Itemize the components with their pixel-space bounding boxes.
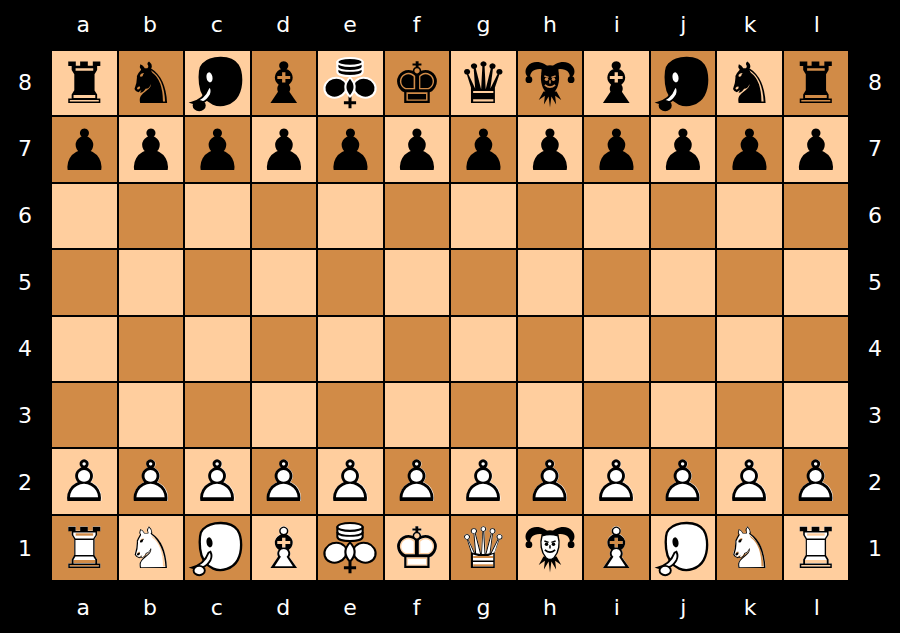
square-e5[interactable] xyxy=(318,250,383,314)
square-h4[interactable] xyxy=(518,317,583,381)
rank-label-right-2: 2 xyxy=(850,449,900,516)
rank-label-left-7: 7 xyxy=(0,116,50,183)
file-label-bottom-e: e xyxy=(317,582,384,633)
rank-label-left-5: 5 xyxy=(0,249,50,316)
square-h5[interactable] xyxy=(518,250,583,314)
file-label-top-h: h xyxy=(517,0,584,49)
piece-white-pawn: ♟♙ xyxy=(186,450,248,512)
square-i1[interactable]: ♝♗ xyxy=(584,516,649,580)
square-a1[interactable]: ♜♖ xyxy=(52,516,117,580)
piece-black-rook: ♜ xyxy=(53,52,115,114)
square-g1[interactable]: ♛♕ xyxy=(451,516,516,580)
file-label-bottom-i: i xyxy=(583,582,650,633)
rank-label-left-8: 8 xyxy=(0,49,50,116)
rank-label-right-6: 6 xyxy=(850,182,900,249)
square-f1[interactable]: ♚♔ xyxy=(385,516,450,580)
square-l2[interactable]: ♟♙ xyxy=(784,449,849,513)
file-label-bottom-l: l xyxy=(783,582,850,633)
square-a7[interactable]: ♟ xyxy=(52,117,117,181)
piece-white-rook: ♜♖ xyxy=(785,517,847,579)
square-b3[interactable] xyxy=(119,383,184,447)
piece-white-elephant xyxy=(186,517,248,579)
piece-black-pawn: ♟ xyxy=(652,119,714,181)
square-i6[interactable] xyxy=(584,184,649,248)
piece-black-knight: ♞ xyxy=(718,52,780,114)
piece-black-queen: ♛ xyxy=(452,52,514,114)
piece-white-pawn: ♟♙ xyxy=(452,450,514,512)
piece-black-bishop: ♝ xyxy=(585,52,647,114)
square-b6[interactable] xyxy=(119,184,184,248)
file-label-top-i: i xyxy=(583,0,650,49)
square-l5[interactable] xyxy=(784,250,849,314)
square-d2[interactable]: ♟♙ xyxy=(252,449,317,513)
piece-black-pawn: ♟ xyxy=(53,119,115,181)
piece-white-bishop: ♝♗ xyxy=(253,517,315,579)
piece-black-pawn: ♟ xyxy=(186,119,248,181)
square-g4[interactable] xyxy=(451,317,516,381)
piece-white-knight: ♞♘ xyxy=(120,517,182,579)
square-c8[interactable] xyxy=(185,51,250,115)
square-g2[interactable]: ♟♙ xyxy=(451,449,516,513)
square-k7[interactable]: ♟ xyxy=(717,117,782,181)
square-j5[interactable] xyxy=(651,250,716,314)
piece-white-elephant xyxy=(652,517,714,579)
piece-black-pawn: ♟ xyxy=(585,119,647,181)
rank-label-right-1: 1 xyxy=(850,515,900,582)
square-e3[interactable] xyxy=(318,383,383,447)
square-f4[interactable] xyxy=(385,317,450,381)
square-k1[interactable]: ♞♘ xyxy=(717,516,782,580)
piece-white-pawn: ♟♙ xyxy=(253,450,315,512)
piece-white-knight: ♞♘ xyxy=(718,517,780,579)
piece-white-king: ♚♔ xyxy=(386,517,448,579)
square-h1[interactable] xyxy=(518,516,583,580)
square-h6[interactable] xyxy=(518,184,583,248)
square-j4[interactable] xyxy=(651,317,716,381)
square-l7[interactable]: ♟ xyxy=(784,117,849,181)
square-c4[interactable] xyxy=(185,317,250,381)
square-g5[interactable] xyxy=(451,250,516,314)
piece-black-pawn: ♟ xyxy=(253,119,315,181)
square-c2[interactable]: ♟♙ xyxy=(185,449,250,513)
square-b4[interactable] xyxy=(119,317,184,381)
square-d4[interactable] xyxy=(252,317,317,381)
piece-black-elephant xyxy=(652,52,714,114)
square-j8[interactable] xyxy=(651,51,716,115)
piece-white-pawn: ♟♙ xyxy=(652,450,714,512)
square-e1[interactable] xyxy=(318,516,383,580)
rank-label-right-5: 5 xyxy=(850,249,900,316)
file-label-top-l: l xyxy=(783,0,850,49)
square-c1[interactable] xyxy=(185,516,250,580)
square-d8[interactable]: ♝ xyxy=(252,51,317,115)
piece-black-pawn: ♟ xyxy=(452,119,514,181)
piece-white-mann xyxy=(319,517,381,579)
file-labels-top: abcdefghijkl xyxy=(50,0,850,49)
file-label-bottom-f: f xyxy=(383,582,450,633)
piece-black-bishop: ♝ xyxy=(253,52,315,114)
file-label-top-c: c xyxy=(183,0,250,49)
square-d3[interactable] xyxy=(252,383,317,447)
piece-white-queen: ♛♕ xyxy=(452,517,514,579)
chessboard: ♜♞♝♚♛♝♞♜♟♟♟♟♟♟♟♟♟♟♟♟♟♙♟♙♟♙♟♙♟♙♟♙♟♙♟♙♟♙♟♙… xyxy=(50,49,850,582)
square-a8[interactable]: ♜ xyxy=(52,51,117,115)
piece-white-rook: ♜♖ xyxy=(53,517,115,579)
file-label-bottom-c: c xyxy=(183,582,250,633)
file-label-bottom-b: b xyxy=(117,582,184,633)
piece-white-fool xyxy=(519,517,581,579)
square-i7[interactable]: ♟ xyxy=(584,117,649,181)
square-l8[interactable]: ♜ xyxy=(784,51,849,115)
square-j3[interactable] xyxy=(651,383,716,447)
file-label-bottom-d: d xyxy=(250,582,317,633)
piece-white-pawn: ♟♙ xyxy=(519,450,581,512)
square-l3[interactable] xyxy=(784,383,849,447)
square-e8[interactable] xyxy=(318,51,383,115)
square-i4[interactable] xyxy=(584,317,649,381)
piece-black-pawn: ♟ xyxy=(785,119,847,181)
file-label-bottom-k: k xyxy=(717,582,784,633)
square-i2[interactable]: ♟♙ xyxy=(584,449,649,513)
square-g3[interactable] xyxy=(451,383,516,447)
file-label-top-b: b xyxy=(117,0,184,49)
square-a2[interactable]: ♟♙ xyxy=(52,449,117,513)
rank-label-left-6: 6 xyxy=(0,182,50,249)
rank-labels-right: 87654321 xyxy=(850,49,900,582)
square-f3[interactable] xyxy=(385,383,450,447)
square-d6[interactable] xyxy=(252,184,317,248)
square-g6[interactable] xyxy=(451,184,516,248)
square-e2[interactable]: ♟♙ xyxy=(318,449,383,513)
piece-white-bishop: ♝♗ xyxy=(585,517,647,579)
piece-white-pawn: ♟♙ xyxy=(785,450,847,512)
piece-white-pawn: ♟♙ xyxy=(53,450,115,512)
square-f5[interactable] xyxy=(385,250,450,314)
rank-label-left-1: 1 xyxy=(0,515,50,582)
square-k3[interactable] xyxy=(717,383,782,447)
square-g8[interactable]: ♛ xyxy=(451,51,516,115)
square-l4[interactable] xyxy=(784,317,849,381)
square-l1[interactable]: ♜♖ xyxy=(784,516,849,580)
square-l6[interactable] xyxy=(784,184,849,248)
piece-black-elephant xyxy=(186,52,248,114)
square-j7[interactable]: ♟ xyxy=(651,117,716,181)
rank-labels-left: 87654321 xyxy=(0,49,50,582)
square-j2[interactable]: ♟♙ xyxy=(651,449,716,513)
square-b7[interactable]: ♟ xyxy=(119,117,184,181)
piece-black-rook: ♜ xyxy=(785,52,847,114)
courier-chess-diagram: abcdefghijkl 87654321 ♜♞♝♚♛♝♞♜♟♟♟♟♟♟♟♟♟♟… xyxy=(0,0,900,633)
square-e4[interactable] xyxy=(318,317,383,381)
square-a6[interactable] xyxy=(52,184,117,248)
square-f7[interactable]: ♟ xyxy=(385,117,450,181)
square-k8[interactable]: ♞ xyxy=(717,51,782,115)
piece-black-mann xyxy=(319,52,381,114)
square-h8[interactable] xyxy=(518,51,583,115)
square-a3[interactable] xyxy=(52,383,117,447)
piece-white-pawn: ♟♙ xyxy=(718,450,780,512)
piece-black-king: ♚ xyxy=(386,52,448,114)
file-label-top-k: k xyxy=(717,0,784,49)
square-k2[interactable]: ♟♙ xyxy=(717,449,782,513)
square-f8[interactable]: ♚ xyxy=(385,51,450,115)
piece-black-knight: ♞ xyxy=(120,52,182,114)
square-i8[interactable]: ♝ xyxy=(584,51,649,115)
piece-white-pawn: ♟♙ xyxy=(585,450,647,512)
file-label-bottom-h: h xyxy=(517,582,584,633)
square-j1[interactable] xyxy=(651,516,716,580)
file-label-top-g: g xyxy=(450,0,517,49)
piece-white-pawn: ♟♙ xyxy=(319,450,381,512)
square-c5[interactable] xyxy=(185,250,250,314)
piece-black-pawn: ♟ xyxy=(718,119,780,181)
file-label-top-a: a xyxy=(50,0,117,49)
square-e6[interactable] xyxy=(318,184,383,248)
piece-black-pawn: ♟ xyxy=(519,119,581,181)
square-b1[interactable]: ♞♘ xyxy=(119,516,184,580)
square-d5[interactable] xyxy=(252,250,317,314)
square-b2[interactable]: ♟♙ xyxy=(119,449,184,513)
rank-label-right-7: 7 xyxy=(850,116,900,183)
square-j6[interactable] xyxy=(651,184,716,248)
square-b5[interactable] xyxy=(119,250,184,314)
piece-black-pawn: ♟ xyxy=(319,119,381,181)
rank-label-right-3: 3 xyxy=(850,382,900,449)
square-c3[interactable] xyxy=(185,383,250,447)
piece-black-pawn: ♟ xyxy=(120,119,182,181)
rank-label-left-4: 4 xyxy=(0,316,50,383)
square-f2[interactable]: ♟♙ xyxy=(385,449,450,513)
rank-label-right-4: 4 xyxy=(850,316,900,383)
piece-white-pawn: ♟♙ xyxy=(386,450,448,512)
square-a4[interactable] xyxy=(52,317,117,381)
square-k6[interactable] xyxy=(717,184,782,248)
square-e7[interactable]: ♟ xyxy=(318,117,383,181)
square-k4[interactable] xyxy=(717,317,782,381)
piece-black-pawn: ♟ xyxy=(386,119,448,181)
piece-black-fool xyxy=(519,52,581,114)
square-h2[interactable]: ♟♙ xyxy=(518,449,583,513)
rank-label-left-3: 3 xyxy=(0,382,50,449)
square-a5[interactable] xyxy=(52,250,117,314)
square-c6[interactable] xyxy=(185,184,250,248)
file-label-bottom-j: j xyxy=(650,582,717,633)
square-h3[interactable] xyxy=(518,383,583,447)
file-label-bottom-a: a xyxy=(50,582,117,633)
file-label-bottom-g: g xyxy=(450,582,517,633)
file-label-top-j: j xyxy=(650,0,717,49)
file-labels-bottom: abcdefghijkl xyxy=(50,582,850,633)
square-k5[interactable] xyxy=(717,250,782,314)
piece-white-pawn: ♟♙ xyxy=(120,450,182,512)
square-h7[interactable]: ♟ xyxy=(518,117,583,181)
square-g7[interactable]: ♟ xyxy=(451,117,516,181)
square-b8[interactable]: ♞ xyxy=(119,51,184,115)
rank-label-left-2: 2 xyxy=(0,449,50,516)
file-label-top-e: e xyxy=(317,0,384,49)
rank-label-right-8: 8 xyxy=(850,49,900,116)
square-d7[interactable]: ♟ xyxy=(252,117,317,181)
square-i3[interactable] xyxy=(584,383,649,447)
square-c7[interactable]: ♟ xyxy=(185,117,250,181)
square-i5[interactable] xyxy=(584,250,649,314)
file-label-top-d: d xyxy=(250,0,317,49)
square-f6[interactable] xyxy=(385,184,450,248)
file-label-top-f: f xyxy=(383,0,450,49)
square-d1[interactable]: ♝♗ xyxy=(252,516,317,580)
